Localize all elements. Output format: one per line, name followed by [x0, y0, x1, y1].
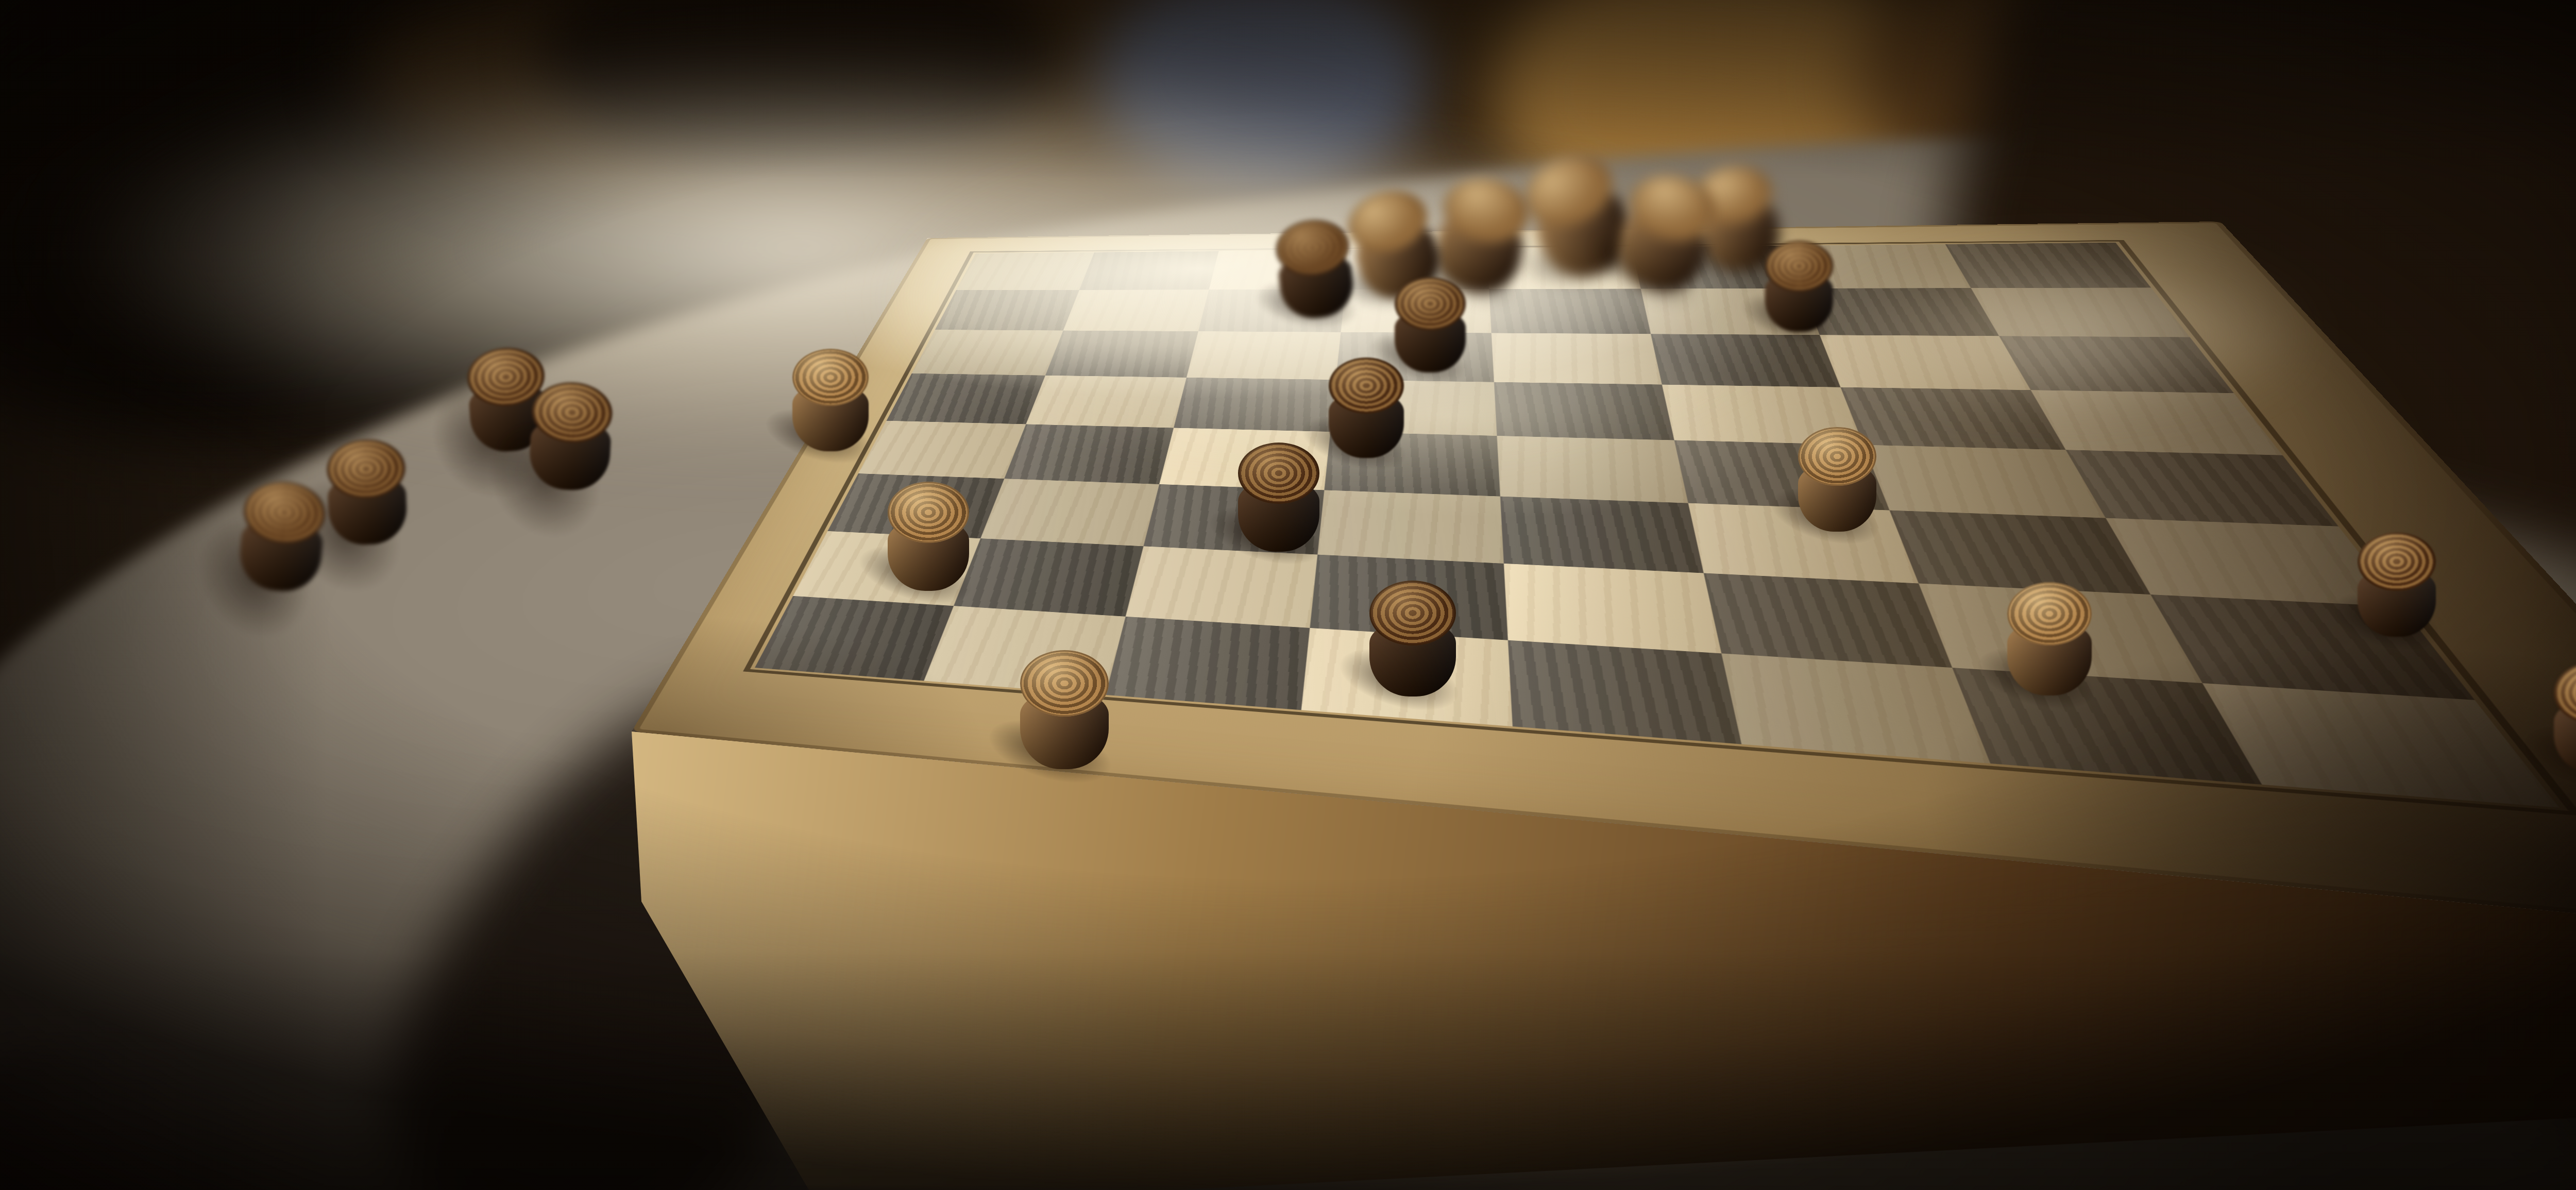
background-shadow-topleft	[0, 0, 1039, 557]
square-h3	[2106, 518, 2401, 607]
square-g3	[1889, 510, 2150, 594]
checker-glyph: ⛀	[1341, 203, 1341, 204]
piece-shadow	[831, 520, 1000, 628]
checker-dark-cluster: ⛂	[1273, 216, 1356, 321]
checker-light-cluster: ⛀	[1610, 166, 1722, 299]
piece-side	[1329, 392, 1404, 458]
piece-side	[468, 380, 550, 454]
checker-glyph: ⛂	[1395, 277, 1395, 278]
piece-top-rings	[1020, 650, 1109, 717]
piece-side	[2007, 621, 2092, 695]
piece-side	[2358, 568, 2436, 637]
square-b2	[954, 538, 1143, 616]
square-c5	[1174, 377, 1336, 432]
piece-top-rings	[1798, 427, 1876, 486]
background-brown-blob	[1855, 0, 2576, 258]
square-f7	[1641, 288, 1820, 335]
piece-shadow	[739, 385, 897, 487]
square-e8	[1487, 247, 1641, 289]
square-g2	[1919, 583, 2202, 683]
piece-shadow	[958, 692, 1142, 810]
checker-light-a6: ⛀	[792, 349, 869, 451]
piece-shadow	[1718, 273, 1859, 363]
square-g1	[1952, 667, 2262, 785]
piece-top-rings	[888, 482, 969, 543]
checker-dark-c7: ⛂	[1395, 277, 1466, 372]
square-b5	[1026, 375, 1187, 428]
square-f5	[1662, 384, 1863, 445]
square-c3	[1144, 484, 1325, 554]
checker-dark-d3: ⛂	[1369, 581, 1456, 696]
square-a8	[956, 252, 1094, 290]
square-b3	[980, 479, 1159, 547]
square-d8	[1345, 248, 1489, 289]
square-f8	[1632, 246, 1801, 288]
square-c6	[1187, 331, 1341, 379]
piece-side	[528, 417, 612, 492]
checker-glyph: ⛀	[1514, 176, 1514, 177]
checker-glyph: ⛂	[534, 380, 534, 381]
square-a5	[887, 373, 1046, 424]
checker-light-cluster: ⛀	[1514, 143, 1643, 290]
square-g6	[1820, 335, 2030, 389]
piece-shadow	[148, 467, 361, 688]
vignette	[0, 0, 2576, 1190]
checker-glyph: ⛀	[1689, 173, 1690, 173]
board-corner-shade	[632, 222, 2576, 943]
piece-top-rings	[530, 380, 614, 445]
piece-shadow	[1372, 205, 1551, 341]
piece-top-rings	[1765, 241, 1833, 292]
piece-shadow	[1181, 481, 1350, 589]
checker-light-cluster: ⛀	[1341, 181, 1448, 307]
piece-shadow	[1553, 196, 1733, 341]
square-h6	[1999, 336, 2233, 393]
checker-glyph: ⛀	[792, 349, 793, 349]
background-bench	[361, 0, 2112, 247]
piece-side	[1430, 210, 1527, 299]
square-d6	[1336, 332, 1494, 382]
checker-dark-h2: ⛂	[2554, 661, 2576, 773]
checker-glyph: ⛂	[1765, 241, 1766, 241]
piece-top-rings	[792, 349, 869, 406]
piece-side	[1369, 620, 1456, 697]
checker-glyph: ⛂	[326, 440, 326, 441]
piece-top-rings	[1341, 181, 1434, 262]
checker-light-b5: ⛀	[888, 482, 969, 591]
table-surface	[0, 0, 2576, 1190]
square-a6	[912, 330, 1063, 375]
checker-dark-c6: ⛂	[1329, 358, 1404, 458]
background-wedge-right	[1902, 0, 2576, 653]
checker-glyph: ⛂	[1273, 224, 1274, 225]
board-highlight-overlay-2	[632, 222, 2576, 943]
checker-glyph: ⛂	[2358, 532, 2358, 533]
lamp-glow	[52, 41, 1546, 453]
square-b4	[1005, 424, 1174, 484]
checker-light-cluster: ⛀	[1689, 159, 1785, 276]
checker-dark-h5: ⛂	[2358, 532, 2436, 637]
square-e7	[1489, 288, 1651, 334]
square-d1	[1301, 627, 1513, 726]
piece-side	[1529, 181, 1643, 289]
piece-side	[1610, 204, 1713, 299]
piece-shadow	[240, 428, 450, 641]
overexposure-haze-2	[1803, 247, 2318, 422]
checker-glyph: ⛀	[1798, 427, 1799, 428]
piece-side	[1395, 309, 1466, 372]
checker-glyph: ⛂	[1238, 443, 1239, 443]
board-shadow-right	[2489, 838, 2576, 1190]
piece-top-rings	[1329, 358, 1404, 414]
checker-dark-table: ⛂	[237, 479, 328, 594]
checker-glyph: ⛂	[465, 350, 466, 351]
square-a4	[858, 421, 1026, 479]
piece-shadow	[439, 368, 650, 587]
square-c4	[1159, 428, 1330, 489]
board-grid	[755, 243, 2559, 808]
square-a2	[793, 531, 981, 605]
board-shadow-left	[301, 606, 997, 1190]
square-b1	[924, 605, 1126, 695]
square-f1	[1721, 653, 1990, 763]
piece-shadow	[1276, 393, 1432, 493]
piece-side	[1798, 463, 1876, 532]
piece-top-rings	[1514, 143, 1623, 240]
checker-light-cluster: ⛀	[1430, 172, 1534, 299]
board-front-edge	[0, 0, 2576, 1190]
piece-top-rings	[1273, 216, 1351, 279]
background-dark-blob	[541, 0, 1056, 180]
piece-side	[1696, 194, 1785, 276]
square-b8	[1079, 251, 1218, 290]
square-d7	[1341, 289, 1492, 333]
piece-top-rings	[1369, 581, 1456, 645]
square-e4	[1497, 436, 1688, 503]
square-g5	[1840, 387, 2065, 450]
board-highlight-overlay	[632, 222, 2576, 943]
checkers-board	[632, 222, 2576, 943]
square-c8	[1209, 250, 1350, 290]
piece-top-rings	[1689, 159, 1776, 231]
square-g8	[1784, 244, 1971, 288]
piece-shadow	[1345, 311, 1493, 405]
checker-glyph: ⛂	[2554, 661, 2554, 662]
table-light-pool	[876, 886, 2318, 1190]
square-g4	[1863, 445, 2106, 518]
background-shadow-topright	[2473, 0, 2576, 618]
piece-top-rings	[2554, 661, 2576, 724]
checker-glyph: ⛀	[1449, 172, 1450, 172]
square-f3	[1688, 503, 1919, 584]
square-g7	[1801, 288, 1999, 336]
piece-shadow	[1743, 464, 1906, 568]
square-b7	[1063, 290, 1209, 331]
checker-glyph: ⛂	[1329, 358, 1329, 358]
square-f6	[1651, 334, 1840, 387]
piece-top-rings	[1238, 443, 1319, 504]
checker-glyph: ⛀	[888, 482, 888, 482]
background-gold-blob	[1494, 0, 1937, 247]
checker-dark-table: ⛂	[465, 345, 550, 454]
piece-side	[888, 519, 969, 591]
checker-dark-c4: ⛂	[1238, 443, 1319, 552]
checker-light-b3: ⛀	[1020, 650, 1109, 769]
piece-shadow	[1490, 214, 1671, 308]
checker-dark-table: ⛂	[528, 380, 614, 492]
piece-top-rings	[2007, 582, 2092, 645]
square-h2	[2150, 594, 2474, 700]
background-blue-blob	[1097, 0, 1427, 196]
square-c2	[1126, 546, 1317, 627]
table-front-edge	[0, 1020, 644, 1190]
piece-top-rings	[241, 479, 328, 547]
piece-side	[1765, 271, 1833, 332]
piece-side	[2554, 700, 2576, 773]
square-b6	[1045, 331, 1198, 378]
checker-glyph: ⛀	[1638, 166, 1638, 166]
checker-light-f5: ⛀	[1798, 427, 1876, 532]
square-d4	[1324, 432, 1500, 496]
checker-glyph: ⛂	[246, 479, 247, 479]
piece-shadow	[2496, 701, 2576, 812]
piece-shadow	[1315, 251, 1469, 318]
square-d5	[1330, 380, 1497, 436]
board-shade-overlay	[632, 222, 2576, 943]
checker-light-g4: ⛀	[2007, 582, 2092, 695]
piece-top-rings	[326, 438, 406, 499]
square-c7	[1198, 289, 1345, 332]
piece-shadow	[1948, 622, 2124, 735]
checker-dark-table: ⛂	[326, 438, 408, 546]
piece-shadow	[2303, 569, 2465, 673]
square-h7	[1971, 287, 2190, 337]
square-a1	[755, 596, 954, 681]
piece-side	[792, 384, 869, 451]
square-h8	[1945, 243, 2151, 288]
checker-glyph: ⛀	[1020, 650, 1021, 651]
piece-side	[1238, 480, 1319, 552]
square-f2	[1704, 573, 1952, 667]
square-d2	[1310, 555, 1508, 640]
square-e1	[1508, 640, 1741, 744]
square-a7	[935, 290, 1079, 330]
checker-dark-f8: ⛂	[1765, 241, 1833, 332]
square-f4	[1674, 440, 1890, 509]
overexposure-haze	[876, 144, 1803, 453]
checker-glyph: ⛂	[1369, 581, 1370, 581]
piece-side	[237, 515, 325, 594]
square-h5	[2030, 390, 2282, 455]
piece-top-rings	[1395, 277, 1466, 331]
piece-top-rings	[2358, 532, 2436, 591]
piece-shadow	[1309, 622, 1489, 737]
square-e6	[1492, 333, 1662, 384]
square-e3	[1500, 496, 1704, 573]
piece-shadow	[383, 337, 591, 548]
photo-scene: ⛀⛀⛀⛂⛂⛂⛂⛂⛀⛀⛂⛂⛂⛀⛀⛀⛀⛀⛂⛂⛂⛂	[0, 0, 2576, 1190]
piece-shadow	[1232, 262, 1381, 347]
piece-top-rings	[1622, 166, 1722, 250]
piece-side	[327, 473, 408, 546]
piece-top-rings	[1438, 172, 1534, 249]
square-e2	[1504, 564, 1721, 653]
square-a3	[827, 473, 1004, 538]
piece-shadow	[1653, 216, 1809, 296]
square-h4	[2066, 450, 2338, 526]
checker-glyph: ⛀	[2007, 582, 2008, 583]
square-c1	[1106, 616, 1310, 710]
piece-side	[1351, 217, 1448, 308]
square-d3	[1317, 490, 1504, 564]
piece-side	[1020, 691, 1109, 769]
square-e5	[1494, 382, 1674, 440]
piece-side	[1277, 249, 1356, 321]
piece-top-rings	[465, 345, 546, 409]
square-h1	[2202, 683, 2559, 808]
